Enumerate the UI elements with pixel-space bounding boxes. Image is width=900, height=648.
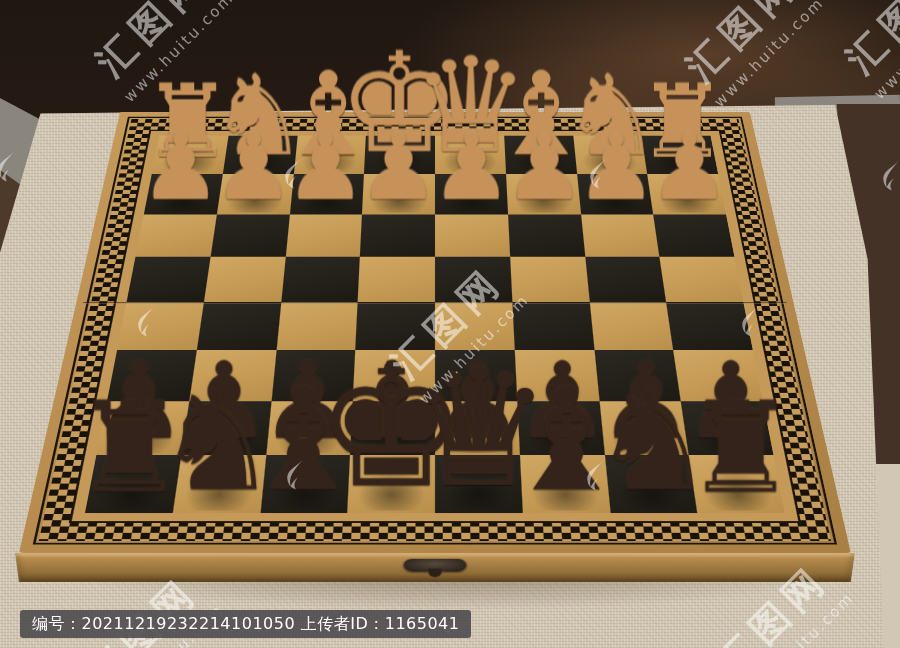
piece-white-pawn: ♟ bbox=[144, 174, 223, 214]
piece-white-pawn: ♟ bbox=[289, 174, 364, 214]
chess-board: ♜♞♝♚♛♝♞♜♟♟♟♟♟♟♟♟♟♟♟♟♟♟♟♟♜♞♝♚♛♝♞♜ bbox=[19, 112, 851, 553]
piece-glyph: ♜ bbox=[685, 386, 797, 511]
piece-white-pawn: ♟ bbox=[577, 174, 654, 214]
piece-white-pawn: ♟ bbox=[647, 174, 726, 214]
piece-glyph: ♟ bbox=[576, 121, 658, 212]
piece-glyph: ♟ bbox=[649, 121, 731, 212]
piece-glyph: ♟ bbox=[503, 121, 585, 212]
piece-white-pawn: ♟ bbox=[362, 174, 435, 214]
piece-black-rook: ♜ bbox=[689, 455, 785, 513]
photo-stage: ♜♞♝♚♛♝♞♜♟♟♟♟♟♟♟♟♟♟♟♟♟♟♟♟♜♞♝♚♛♝♞♜ 汇图网www.… bbox=[0, 0, 900, 648]
box-clasp bbox=[403, 559, 466, 572]
piece-white-pawn: ♟ bbox=[217, 174, 294, 214]
piece-glyph: ♟ bbox=[430, 121, 512, 212]
caption-text: 编号：20211219232214101050 上传者ID：1165041 bbox=[32, 614, 459, 635]
pieces-layer: ♜♞♝♚♛♝♞♜♟♟♟♟♟♟♟♟♟♟♟♟♟♟♟♟♜♞♝♚♛♝♞♜ bbox=[85, 136, 785, 513]
board-scene: ♜♞♝♚♛♝♞♜♟♟♟♟♟♟♟♟♟♟♟♟♟♟♟♟♜♞♝♚♛♝♞♜ bbox=[0, 0, 900, 648]
piece-white-pawn: ♟ bbox=[506, 174, 581, 214]
piece-glyph: ♟ bbox=[358, 121, 440, 212]
piece-white-pawn: ♟ bbox=[435, 174, 508, 214]
piece-black-knight: ♞ bbox=[604, 455, 697, 513]
piece-glyph: ♟ bbox=[212, 121, 294, 212]
piece-glyph: ♟ bbox=[285, 121, 367, 212]
caption-bar: 编号：20211219232214101050 上传者ID：1165041 bbox=[20, 610, 471, 638]
board-front-edge bbox=[15, 553, 855, 582]
piece-glyph: ♟ bbox=[140, 121, 222, 212]
